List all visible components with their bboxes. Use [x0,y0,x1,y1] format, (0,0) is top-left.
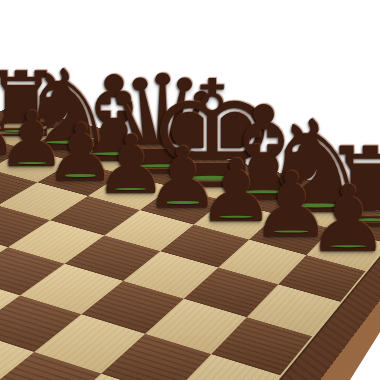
piece-black-pawn-h7[interactable]: ♟ [302,173,380,266]
photo-frame: ♜♞♝♛♚♝♞♜♟♟♟♟♟♟♟♟ [0,0,380,380]
